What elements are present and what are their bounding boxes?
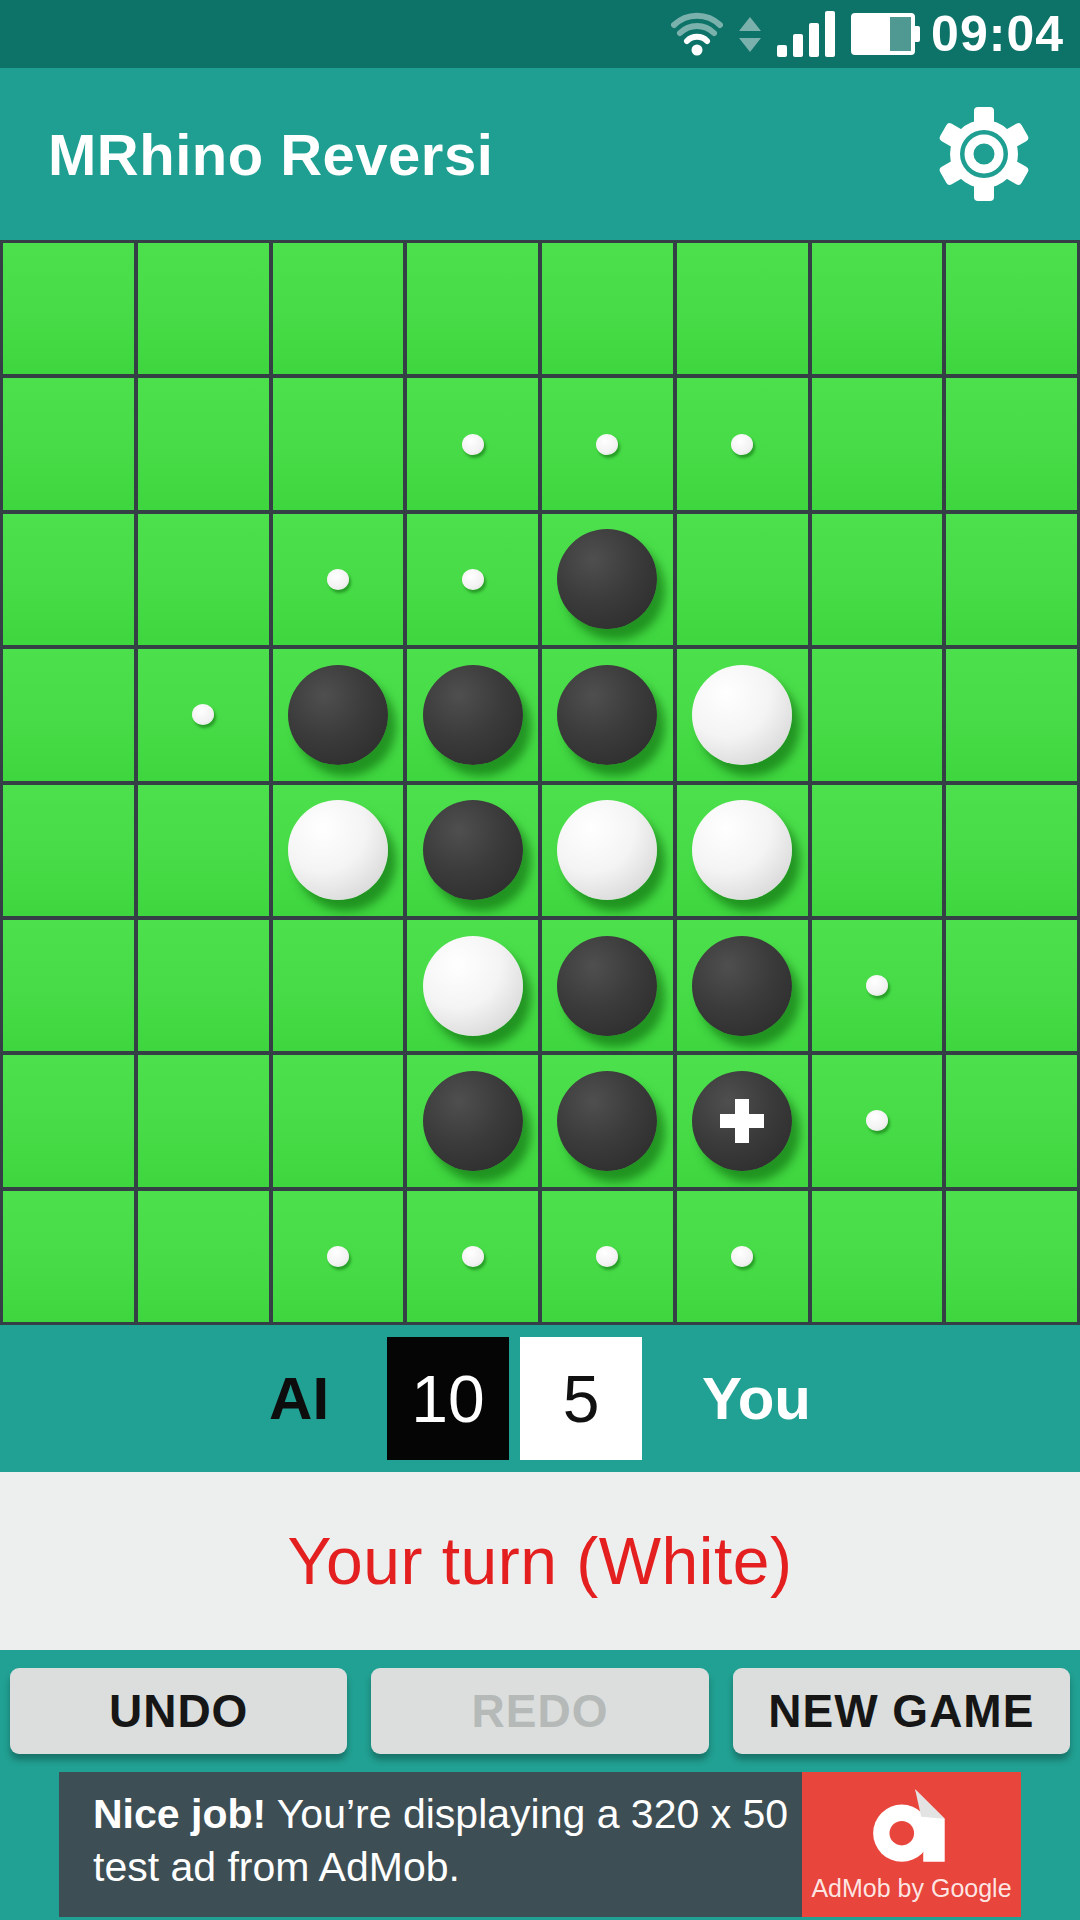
you-label: You bbox=[702, 1364, 811, 1433]
board-cell[interactable] bbox=[946, 243, 1077, 374]
board-cell[interactable] bbox=[273, 785, 404, 916]
move-hint-dot[interactable] bbox=[192, 704, 214, 725]
ai-score: 10 bbox=[411, 1366, 484, 1432]
white-disc bbox=[423, 936, 523, 1036]
move-hint-dot[interactable] bbox=[327, 1246, 349, 1267]
board-cell[interactable] bbox=[138, 649, 269, 780]
black-disc bbox=[423, 1071, 523, 1171]
board-cell[interactable] bbox=[946, 785, 1077, 916]
board-cell[interactable] bbox=[946, 920, 1077, 1051]
board-cell[interactable] bbox=[273, 1055, 404, 1186]
board-cell[interactable] bbox=[542, 1055, 673, 1186]
board-cell[interactable] bbox=[3, 243, 134, 374]
board-cell[interactable] bbox=[542, 378, 673, 509]
you-score-badge: 5 bbox=[520, 1337, 642, 1460]
board-cell[interactable] bbox=[677, 920, 808, 1051]
ai-label: AI bbox=[269, 1364, 329, 1433]
board-cell[interactable] bbox=[812, 649, 943, 780]
board-cell[interactable] bbox=[407, 1055, 538, 1186]
move-hint-dot[interactable] bbox=[731, 1246, 753, 1267]
board-cell[interactable] bbox=[946, 378, 1077, 509]
white-disc bbox=[692, 665, 792, 765]
score-bar: AI 10 5 You bbox=[0, 1325, 1080, 1472]
board-cell[interactable] bbox=[677, 378, 808, 509]
status-bar: 09:04 bbox=[0, 0, 1080, 68]
board-cell[interactable] bbox=[3, 514, 134, 645]
board-cell[interactable] bbox=[812, 1055, 943, 1186]
new-game-button[interactable]: NEW GAME bbox=[733, 1668, 1070, 1754]
board-cell[interactable] bbox=[542, 649, 673, 780]
ai-score-badge: 10 bbox=[387, 1337, 509, 1460]
board-cell[interactable] bbox=[138, 243, 269, 374]
app-bar: MRhino Reversi bbox=[0, 68, 1080, 240]
board-cell[interactable] bbox=[677, 1191, 808, 1322]
board bbox=[0, 240, 1080, 1325]
black-disc bbox=[557, 665, 657, 765]
board-cell[interactable] bbox=[138, 785, 269, 916]
black-disc bbox=[557, 529, 657, 629]
admob-logo-icon bbox=[866, 1780, 958, 1872]
black-disc bbox=[692, 1071, 792, 1171]
board-cell[interactable] bbox=[677, 649, 808, 780]
ad-brand-panel: AdMob by Google bbox=[802, 1772, 1021, 1917]
board-cell[interactable] bbox=[542, 1191, 673, 1322]
board-cell[interactable] bbox=[407, 1191, 538, 1322]
board-cell[interactable] bbox=[273, 378, 404, 509]
admob-brand-text: AdMob by Google bbox=[811, 1874, 1011, 1903]
board-cell[interactable] bbox=[3, 649, 134, 780]
move-hint-dot[interactable] bbox=[731, 434, 753, 455]
board-cell[interactable] bbox=[407, 649, 538, 780]
move-hint-dot[interactable] bbox=[596, 1246, 618, 1267]
clock: 09:04 bbox=[931, 9, 1064, 59]
signal-strength-icon bbox=[777, 11, 835, 57]
wifi-icon bbox=[671, 12, 723, 56]
page-title: MRhino Reversi bbox=[48, 121, 493, 188]
board-cell[interactable] bbox=[946, 514, 1077, 645]
white-disc bbox=[692, 800, 792, 900]
battery-nub bbox=[914, 26, 920, 42]
black-disc bbox=[288, 665, 388, 765]
board-cell[interactable] bbox=[3, 920, 134, 1051]
board-cell[interactable] bbox=[138, 514, 269, 645]
board-cell[interactable] bbox=[3, 378, 134, 509]
white-disc bbox=[557, 800, 657, 900]
ad-line1: Nice job! You’re displaying a 320 x 50 bbox=[93, 1788, 802, 1841]
board-cell[interactable] bbox=[407, 785, 538, 916]
board-cell[interactable] bbox=[542, 785, 673, 916]
board-cell[interactable] bbox=[273, 1191, 404, 1322]
black-disc bbox=[423, 665, 523, 765]
board-cell[interactable] bbox=[273, 243, 404, 374]
turn-status-panel: Your turn (White) bbox=[0, 1472, 1080, 1650]
turn-status-text: Your turn (White) bbox=[288, 1523, 793, 1599]
board-cell[interactable] bbox=[542, 514, 673, 645]
board-cell[interactable] bbox=[407, 514, 538, 645]
board-cell[interactable] bbox=[407, 243, 538, 374]
black-disc bbox=[557, 936, 657, 1036]
board-cell[interactable] bbox=[138, 1055, 269, 1186]
board-cell[interactable] bbox=[812, 514, 943, 645]
board-cell[interactable] bbox=[812, 378, 943, 509]
board-cell[interactable] bbox=[138, 1191, 269, 1322]
move-hint-dot[interactable] bbox=[462, 1246, 484, 1267]
ad-line2: test ad from AdMob. bbox=[93, 1841, 802, 1894]
move-hint-dot[interactable] bbox=[462, 569, 484, 590]
black-disc bbox=[557, 1071, 657, 1171]
board-cell[interactable] bbox=[273, 920, 404, 1051]
black-disc bbox=[423, 800, 523, 900]
board-cell[interactable] bbox=[812, 920, 943, 1051]
move-hint-dot[interactable] bbox=[866, 975, 888, 996]
last-move-cross-icon bbox=[720, 1099, 764, 1143]
upload-arrow-icon bbox=[739, 17, 761, 31]
move-hint-dot[interactable] bbox=[866, 1110, 888, 1131]
board-cell[interactable] bbox=[677, 514, 808, 645]
move-hint-dot[interactable] bbox=[327, 569, 349, 590]
board-cell[interactable] bbox=[542, 920, 673, 1051]
board-cell[interactable] bbox=[273, 514, 404, 645]
board-cell[interactable] bbox=[946, 1191, 1077, 1322]
board-cell[interactable] bbox=[946, 649, 1077, 780]
board-cell[interactable] bbox=[946, 1055, 1077, 1186]
battery-empty bbox=[890, 17, 911, 51]
board-cell[interactable] bbox=[542, 243, 673, 374]
button-row: UNDO REDO NEW GAME bbox=[0, 1650, 1080, 1754]
undo-button[interactable]: UNDO bbox=[10, 1668, 347, 1754]
board-cell[interactable] bbox=[812, 243, 943, 374]
settings-gear-icon[interactable] bbox=[936, 106, 1032, 202]
board-cell[interactable] bbox=[3, 1191, 134, 1322]
ad-text: Nice job! You’re displaying a 320 x 50 t… bbox=[59, 1772, 802, 1917]
board-cell[interactable] bbox=[677, 785, 808, 916]
move-hint-dot[interactable] bbox=[596, 434, 618, 455]
app-screen: 09:04 MRhino Reversi AI 10 5 bbox=[0, 0, 1080, 1920]
board-cell[interactable] bbox=[812, 785, 943, 916]
board-cell[interactable] bbox=[812, 1191, 943, 1322]
redo-button[interactable]: REDO bbox=[371, 1668, 708, 1754]
board-cell[interactable] bbox=[138, 920, 269, 1051]
battery-icon bbox=[851, 13, 915, 55]
board-cell[interactable] bbox=[677, 1055, 808, 1186]
download-arrow-icon bbox=[739, 38, 761, 52]
ad-banner[interactable]: Nice job! You’re displaying a 320 x 50 t… bbox=[59, 1772, 1021, 1917]
board-cell[interactable] bbox=[677, 243, 808, 374]
you-score: 5 bbox=[563, 1366, 600, 1432]
controls-panel: UNDO REDO NEW GAME Nice job! You’re disp… bbox=[0, 1650, 1080, 1920]
black-disc bbox=[692, 936, 792, 1036]
board-cell[interactable] bbox=[273, 649, 404, 780]
battery-fill bbox=[855, 17, 890, 51]
board-cell[interactable] bbox=[138, 378, 269, 509]
move-hint-dot[interactable] bbox=[462, 434, 484, 455]
board-cell[interactable] bbox=[3, 785, 134, 916]
white-disc bbox=[288, 800, 388, 900]
data-transfer-arrows-icon bbox=[739, 17, 761, 52]
board-cell[interactable] bbox=[407, 920, 538, 1051]
board-cell[interactable] bbox=[3, 1055, 134, 1186]
board-cell[interactable] bbox=[407, 378, 538, 509]
